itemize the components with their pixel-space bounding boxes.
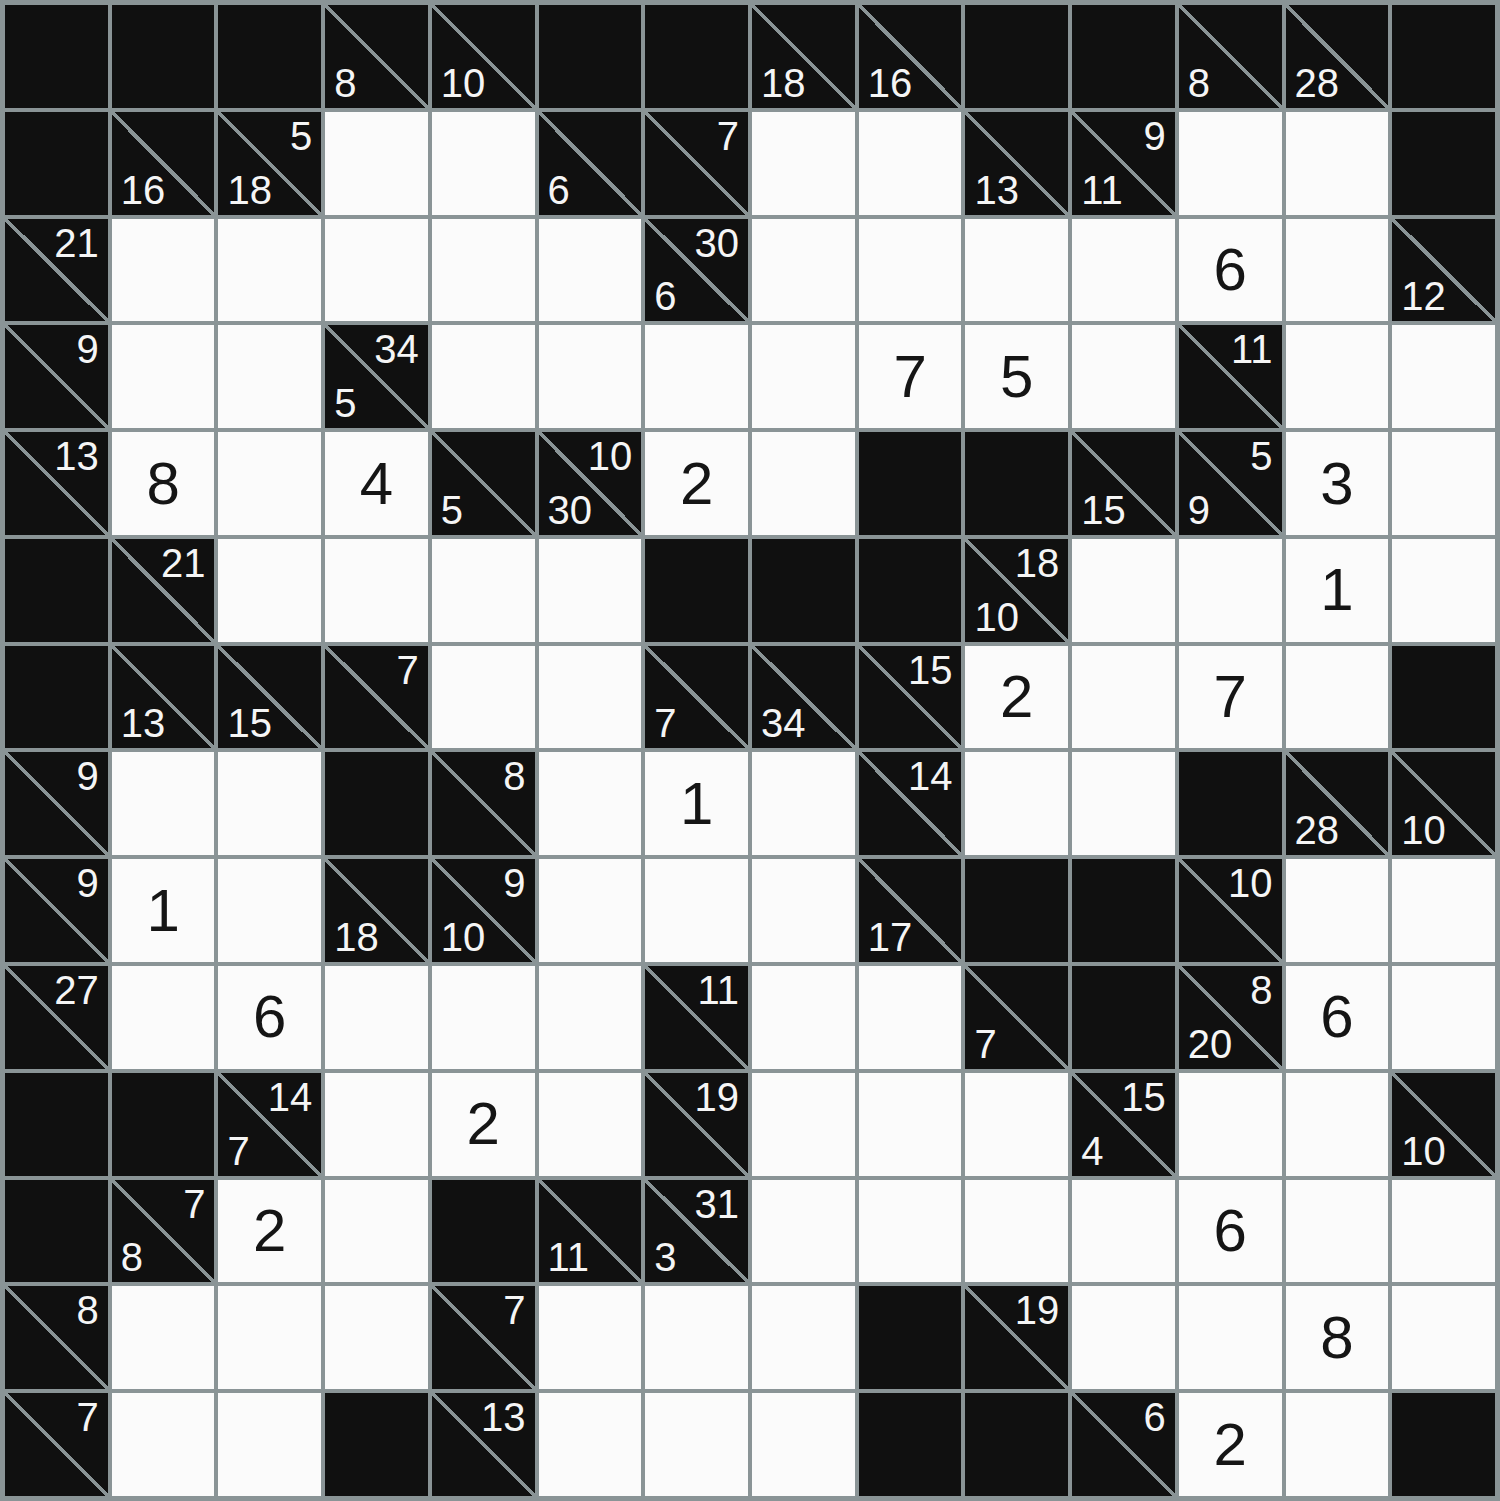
across-clue-r8c11: 10 bbox=[1228, 862, 1273, 904]
entry-cell-r8c1[interactable]: 1 bbox=[112, 859, 215, 962]
entry-cell-r8c5[interactable] bbox=[539, 859, 642, 962]
clue-cell-r10c10: 154 bbox=[1072, 1073, 1175, 1176]
block-cell-r5c8 bbox=[859, 539, 962, 642]
entry-cell-r3c6[interactable] bbox=[645, 325, 748, 428]
entry-cell-r5c2[interactable] bbox=[218, 539, 321, 642]
entry-cell-r13c12[interactable] bbox=[1286, 1393, 1389, 1496]
block-cell-r7c3 bbox=[325, 752, 428, 855]
entry-value-r10c4: 2 bbox=[467, 1094, 500, 1154]
clue-cell-r2c0: 21 bbox=[5, 219, 108, 322]
clue-cell-r8c8: 17 bbox=[859, 859, 962, 962]
entry-cell-r3c4[interactable] bbox=[432, 325, 535, 428]
entry-value-r13c11: 2 bbox=[1214, 1415, 1247, 1475]
entry-value-r11c11: 6 bbox=[1214, 1201, 1247, 1261]
clue-cell-r1c1: 16 bbox=[112, 112, 215, 215]
down-clue-r5c9: 10 bbox=[974, 596, 1019, 638]
block-cell-r0c13 bbox=[1392, 5, 1495, 108]
block-cell-r13c9 bbox=[965, 1393, 1068, 1496]
across-clue-r9c11: 8 bbox=[1250, 969, 1272, 1011]
entry-cell-r2c4[interactable] bbox=[432, 219, 535, 322]
entry-cell-r6c10[interactable] bbox=[1072, 646, 1175, 749]
entry-cell-r11c3[interactable] bbox=[325, 1180, 428, 1283]
entry-cell-r13c1[interactable] bbox=[112, 1393, 215, 1496]
entry-cell-r12c2[interactable] bbox=[218, 1286, 321, 1389]
across-clue-r4c5: 10 bbox=[588, 435, 633, 477]
entry-cell-r3c12[interactable] bbox=[1286, 325, 1389, 428]
entry-cell-r4c1[interactable]: 8 bbox=[112, 432, 215, 535]
clue-cell-r4c11: 59 bbox=[1179, 432, 1282, 535]
across-clue-r7c0: 9 bbox=[76, 755, 98, 797]
across-clue-r12c9: 19 bbox=[1015, 1289, 1060, 1331]
entry-cell-r9c13[interactable] bbox=[1392, 966, 1495, 1069]
entry-cell-r10c12[interactable] bbox=[1286, 1073, 1389, 1176]
entry-value-r5c12: 1 bbox=[1320, 560, 1353, 620]
block-cell-r5c6 bbox=[645, 539, 748, 642]
across-clue-r3c0: 9 bbox=[76, 328, 98, 370]
block-cell-r0c2 bbox=[218, 5, 321, 108]
entry-cell-r2c9[interactable] bbox=[965, 219, 1068, 322]
block-cell-r0c9 bbox=[965, 5, 1068, 108]
entry-cell-r4c3[interactable]: 4 bbox=[325, 432, 428, 535]
entry-cell-r1c12[interactable] bbox=[1286, 112, 1389, 215]
clue-cell-r4c0: 13 bbox=[5, 432, 108, 535]
clue-cell-r11c6: 313 bbox=[645, 1180, 748, 1283]
entry-cell-r13c7[interactable] bbox=[752, 1393, 855, 1496]
clue-cell-r6c2: 15 bbox=[218, 646, 321, 749]
clue-cell-r7c8: 14 bbox=[859, 752, 962, 855]
block-cell-r1c13 bbox=[1392, 112, 1495, 215]
entry-cell-r11c7[interactable] bbox=[752, 1180, 855, 1283]
entry-value-r3c9: 5 bbox=[1000, 347, 1033, 407]
block-cell-r6c13 bbox=[1392, 646, 1495, 749]
down-clue-r6c6: 7 bbox=[654, 702, 676, 744]
entry-cell-r12c3[interactable] bbox=[325, 1286, 428, 1389]
clue-cell-r9c9: 7 bbox=[965, 966, 1068, 1069]
entry-cell-r1c3[interactable] bbox=[325, 112, 428, 215]
clue-cell-r1c2: 518 bbox=[218, 112, 321, 215]
clue-cell-r0c7: 18 bbox=[752, 5, 855, 108]
entry-cell-r10c8[interactable] bbox=[859, 1073, 962, 1176]
block-cell-r0c1 bbox=[112, 5, 215, 108]
clue-cell-r9c11: 820 bbox=[1179, 966, 1282, 1069]
down-clue-r4c4: 5 bbox=[441, 489, 463, 531]
entry-cell-r11c10[interactable] bbox=[1072, 1180, 1175, 1283]
down-clue-r0c8: 16 bbox=[868, 62, 913, 104]
entry-value-r4c12: 3 bbox=[1320, 454, 1353, 514]
entry-cell-r2c1[interactable] bbox=[112, 219, 215, 322]
clue-cell-r13c10: 6 bbox=[1072, 1393, 1175, 1496]
entry-cell-r3c9[interactable]: 5 bbox=[965, 325, 1068, 428]
block-cell-r13c3 bbox=[325, 1393, 428, 1496]
entry-cell-r9c2[interactable]: 6 bbox=[218, 966, 321, 1069]
across-clue-r4c0: 13 bbox=[54, 435, 99, 477]
clue-cell-r0c12: 28 bbox=[1286, 5, 1389, 108]
entry-cell-r2c10[interactable] bbox=[1072, 219, 1175, 322]
entry-value-r2c11: 6 bbox=[1214, 240, 1247, 300]
block-cell-r7c11 bbox=[1179, 752, 1282, 855]
down-clue-r8c8: 17 bbox=[868, 916, 913, 958]
clue-cell-r3c11: 11 bbox=[1179, 325, 1282, 428]
down-clue-r6c1: 13 bbox=[121, 702, 166, 744]
entry-cell-r12c10[interactable] bbox=[1072, 1286, 1175, 1389]
down-clue-r3c3: 5 bbox=[334, 382, 356, 424]
entry-value-r4c3: 4 bbox=[360, 454, 393, 514]
entry-cell-r6c12[interactable] bbox=[1286, 646, 1389, 749]
across-clue-r1c6: 7 bbox=[717, 115, 739, 157]
block-cell-r0c6 bbox=[645, 5, 748, 108]
clue-cell-r7c4: 8 bbox=[432, 752, 535, 855]
entry-value-r11c2: 2 bbox=[253, 1201, 286, 1261]
entry-cell-r3c5[interactable] bbox=[539, 325, 642, 428]
entry-cell-r12c5[interactable] bbox=[539, 1286, 642, 1389]
entry-cell-r5c5[interactable] bbox=[539, 539, 642, 642]
across-clue-r13c4: 13 bbox=[481, 1396, 526, 1438]
entry-cell-r9c12[interactable]: 6 bbox=[1286, 966, 1389, 1069]
across-clue-r9c6: 11 bbox=[697, 969, 739, 1011]
down-clue-r0c11: 8 bbox=[1188, 62, 1210, 104]
clue-cell-r11c1: 78 bbox=[112, 1180, 215, 1283]
entry-cell-r1c11[interactable] bbox=[1179, 112, 1282, 215]
entry-cell-r7c9[interactable] bbox=[965, 752, 1068, 855]
entry-value-r7c6: 1 bbox=[680, 774, 713, 834]
clue-cell-r10c6: 19 bbox=[645, 1073, 748, 1176]
across-clue-r7c4: 8 bbox=[503, 755, 525, 797]
across-clue-r11c1: 7 bbox=[183, 1183, 205, 1225]
entry-cell-r10c4[interactable]: 2 bbox=[432, 1073, 535, 1176]
across-clue-r12c0: 8 bbox=[76, 1289, 98, 1331]
entry-cell-r6c9[interactable]: 2 bbox=[965, 646, 1068, 749]
clue-cell-r1c6: 7 bbox=[645, 112, 748, 215]
clue-cell-r5c9: 1810 bbox=[965, 539, 1068, 642]
entry-value-r9c2: 6 bbox=[253, 987, 286, 1047]
entry-cell-r9c5[interactable] bbox=[539, 966, 642, 1069]
clue-cell-r2c6: 306 bbox=[645, 219, 748, 322]
across-clue-r9c0: 27 bbox=[54, 969, 99, 1011]
clue-cell-r6c3: 7 bbox=[325, 646, 428, 749]
across-clue-r5c1: 21 bbox=[161, 542, 206, 584]
clue-cell-r10c13: 10 bbox=[1392, 1073, 1495, 1176]
entry-cell-r4c13[interactable] bbox=[1392, 432, 1495, 535]
entry-cell-r6c5[interactable] bbox=[539, 646, 642, 749]
across-clue-r2c6: 30 bbox=[695, 222, 740, 264]
entry-cell-r13c5[interactable] bbox=[539, 1393, 642, 1496]
entry-cell-r11c9[interactable] bbox=[965, 1180, 1068, 1283]
entry-cell-r7c5[interactable] bbox=[539, 752, 642, 855]
entry-cell-r11c12[interactable] bbox=[1286, 1180, 1389, 1283]
down-clue-r8c3: 18 bbox=[334, 916, 379, 958]
entry-cell-r8c12[interactable] bbox=[1286, 859, 1389, 962]
entry-cell-r10c9[interactable] bbox=[965, 1073, 1068, 1176]
down-clue-r0c12: 28 bbox=[1295, 62, 1340, 104]
entry-value-r3c8: 7 bbox=[893, 347, 926, 407]
entry-cell-r4c6[interactable]: 2 bbox=[645, 432, 748, 535]
entry-cell-r8c2[interactable] bbox=[218, 859, 321, 962]
entry-cell-r9c7[interactable] bbox=[752, 966, 855, 1069]
block-cell-r10c0 bbox=[5, 1073, 108, 1176]
block-cell-r10c1 bbox=[112, 1073, 215, 1176]
entry-value-r6c11: 7 bbox=[1214, 667, 1247, 727]
entry-cell-r13c2[interactable] bbox=[218, 1393, 321, 1496]
across-clue-r7c8: 14 bbox=[908, 755, 953, 797]
entry-cell-r7c1[interactable] bbox=[112, 752, 215, 855]
clue-cell-r10c2: 147 bbox=[218, 1073, 321, 1176]
clue-cell-r13c0: 7 bbox=[5, 1393, 108, 1496]
entry-cell-r5c13[interactable] bbox=[1392, 539, 1495, 642]
clue-cell-r5c1: 21 bbox=[112, 539, 215, 642]
across-clue-r1c10: 9 bbox=[1144, 115, 1166, 157]
entry-cell-r9c1[interactable] bbox=[112, 966, 215, 1069]
down-clue-r1c10: 11 bbox=[1081, 169, 1123, 211]
down-clue-r2c13: 12 bbox=[1401, 275, 1446, 317]
block-cell-r5c7 bbox=[752, 539, 855, 642]
down-clue-r10c2: 7 bbox=[227, 1130, 249, 1172]
entry-cell-r2c7[interactable] bbox=[752, 219, 855, 322]
entry-value-r6c9: 2 bbox=[1000, 667, 1033, 727]
across-clue-r13c10: 6 bbox=[1144, 1396, 1166, 1438]
entry-cell-r10c3[interactable] bbox=[325, 1073, 428, 1176]
clue-cell-r1c10: 911 bbox=[1072, 112, 1175, 215]
block-cell-r1c0 bbox=[5, 112, 108, 215]
entry-cell-r8c7[interactable] bbox=[752, 859, 855, 962]
entry-cell-r3c2[interactable] bbox=[218, 325, 321, 428]
entry-cell-r2c11[interactable]: 6 bbox=[1179, 219, 1282, 322]
entry-cell-r1c4[interactable] bbox=[432, 112, 535, 215]
entry-cell-r8c6[interactable] bbox=[645, 859, 748, 962]
clue-cell-r11c5: 11 bbox=[539, 1180, 642, 1283]
block-cell-r12c8 bbox=[859, 1286, 962, 1389]
entry-cell-r10c7[interactable] bbox=[752, 1073, 855, 1176]
across-clue-r10c10: 15 bbox=[1121, 1076, 1166, 1118]
entry-cell-r8c13[interactable] bbox=[1392, 859, 1495, 962]
block-cell-r13c13 bbox=[1392, 1393, 1495, 1496]
down-clue-r0c4: 10 bbox=[441, 62, 486, 104]
entry-value-r8c1: 1 bbox=[146, 881, 179, 941]
across-clue-r5c9: 18 bbox=[1015, 542, 1060, 584]
clue-cell-r4c4: 5 bbox=[432, 432, 535, 535]
clue-cell-r6c7: 34 bbox=[752, 646, 855, 749]
entry-cell-r4c7[interactable] bbox=[752, 432, 855, 535]
clue-cell-r3c3: 345 bbox=[325, 325, 428, 428]
down-clue-r6c7: 34 bbox=[761, 702, 806, 744]
entry-value-r4c6: 2 bbox=[680, 454, 713, 514]
clue-cell-r1c9: 13 bbox=[965, 112, 1068, 215]
entry-cell-r7c7[interactable] bbox=[752, 752, 855, 855]
entry-cell-r7c10[interactable] bbox=[1072, 752, 1175, 855]
down-clue-r1c5: 6 bbox=[548, 169, 570, 211]
clue-cell-r0c4: 10 bbox=[432, 5, 535, 108]
down-clue-r11c6: 3 bbox=[654, 1236, 676, 1278]
across-clue-r4c11: 5 bbox=[1250, 435, 1272, 477]
entry-cell-r2c3[interactable] bbox=[325, 219, 428, 322]
down-clue-r9c9: 7 bbox=[974, 1023, 996, 1065]
down-clue-r10c13: 10 bbox=[1401, 1130, 1446, 1172]
down-clue-r0c7: 18 bbox=[761, 62, 806, 104]
entry-cell-r9c4[interactable] bbox=[432, 966, 535, 1069]
entry-cell-r3c7[interactable] bbox=[752, 325, 855, 428]
clue-cell-r8c0: 9 bbox=[5, 859, 108, 962]
down-clue-r7c13: 10 bbox=[1401, 809, 1446, 851]
clue-cell-r7c12: 28 bbox=[1286, 752, 1389, 855]
entry-cell-r11c2[interactable]: 2 bbox=[218, 1180, 321, 1283]
entry-cell-r12c7[interactable] bbox=[752, 1286, 855, 1389]
block-cell-r0c0 bbox=[5, 5, 108, 108]
clue-cell-r7c13: 10 bbox=[1392, 752, 1495, 855]
across-clue-r1c2: 5 bbox=[290, 115, 312, 157]
down-clue-r11c5: 11 bbox=[548, 1236, 590, 1278]
clue-cell-r9c0: 27 bbox=[5, 966, 108, 1069]
kakuro-board: 8101816828165186713911213066129345751113… bbox=[0, 0, 1500, 1501]
entry-cell-r12c1[interactable] bbox=[112, 1286, 215, 1389]
down-clue-r1c2: 18 bbox=[227, 169, 272, 211]
block-cell-r4c9 bbox=[965, 432, 1068, 535]
entry-cell-r2c2[interactable] bbox=[218, 219, 321, 322]
entry-cell-r12c6[interactable] bbox=[645, 1286, 748, 1389]
across-clue-r3c11: 11 bbox=[1231, 328, 1273, 370]
down-clue-r6c2: 15 bbox=[227, 702, 272, 744]
entry-cell-r11c13[interactable] bbox=[1392, 1180, 1495, 1283]
down-clue-r9c11: 20 bbox=[1188, 1023, 1233, 1065]
clue-cell-r0c8: 16 bbox=[859, 5, 962, 108]
across-clue-r13c0: 7 bbox=[76, 1396, 98, 1438]
block-cell-r0c10 bbox=[1072, 5, 1175, 108]
clue-cell-r6c8: 15 bbox=[859, 646, 962, 749]
entry-cell-r2c12[interactable] bbox=[1286, 219, 1389, 322]
entry-cell-r3c8[interactable]: 7 bbox=[859, 325, 962, 428]
clue-cell-r0c3: 8 bbox=[325, 5, 428, 108]
down-clue-r2c6: 6 bbox=[654, 275, 676, 317]
block-cell-r9c10 bbox=[1072, 966, 1175, 1069]
clue-cell-r6c1: 13 bbox=[112, 646, 215, 749]
block-cell-r13c8 bbox=[859, 1393, 962, 1496]
down-clue-r4c10: 15 bbox=[1081, 489, 1126, 531]
clue-cell-r7c0: 9 bbox=[5, 752, 108, 855]
entry-cell-r10c5[interactable] bbox=[539, 1073, 642, 1176]
across-clue-r3c3: 34 bbox=[374, 328, 419, 370]
entry-cell-r7c6[interactable]: 1 bbox=[645, 752, 748, 855]
across-clue-r8c4: 9 bbox=[503, 862, 525, 904]
entry-cell-r5c12[interactable]: 1 bbox=[1286, 539, 1389, 642]
across-clue-r6c8: 15 bbox=[908, 649, 953, 691]
down-clue-r11c1: 8 bbox=[121, 1236, 143, 1278]
clue-cell-r3c0: 9 bbox=[5, 325, 108, 428]
entry-cell-r5c11[interactable] bbox=[1179, 539, 1282, 642]
clue-cell-r12c4: 7 bbox=[432, 1286, 535, 1389]
block-cell-r8c10 bbox=[1072, 859, 1175, 962]
down-clue-r8c4: 10 bbox=[441, 916, 486, 958]
block-cell-r4c8 bbox=[859, 432, 962, 535]
clue-cell-r8c3: 18 bbox=[325, 859, 428, 962]
entry-cell-r5c10[interactable] bbox=[1072, 539, 1175, 642]
clue-cell-r12c0: 8 bbox=[5, 1286, 108, 1389]
entry-cell-r4c2[interactable] bbox=[218, 432, 321, 535]
entry-value-r12c12: 8 bbox=[1320, 1308, 1353, 1368]
entry-cell-r2c8[interactable] bbox=[859, 219, 962, 322]
entry-cell-r6c4[interactable] bbox=[432, 646, 535, 749]
entry-cell-r2c5[interactable] bbox=[539, 219, 642, 322]
entry-cell-r7c2[interactable] bbox=[218, 752, 321, 855]
entry-cell-r1c7[interactable] bbox=[752, 112, 855, 215]
clue-cell-r0c11: 8 bbox=[1179, 5, 1282, 108]
entry-cell-r9c3[interactable] bbox=[325, 966, 428, 1069]
entry-cell-r12c12[interactable]: 8 bbox=[1286, 1286, 1389, 1389]
down-clue-r7c12: 28 bbox=[1295, 809, 1340, 851]
down-clue-r4c5: 30 bbox=[548, 489, 593, 531]
clue-cell-r4c5: 1030 bbox=[539, 432, 642, 535]
entry-cell-r5c3[interactable] bbox=[325, 539, 428, 642]
entry-cell-r11c8[interactable] bbox=[859, 1180, 962, 1283]
down-clue-r1c9: 13 bbox=[974, 169, 1019, 211]
across-clue-r11c6: 31 bbox=[695, 1183, 740, 1225]
clue-cell-r13c4: 13 bbox=[432, 1393, 535, 1496]
clue-cell-r8c11: 10 bbox=[1179, 859, 1282, 962]
entry-cell-r10c11[interactable] bbox=[1179, 1073, 1282, 1176]
entry-cell-r13c11[interactable]: 2 bbox=[1179, 1393, 1282, 1496]
down-clue-r0c3: 8 bbox=[334, 62, 356, 104]
down-clue-r1c1: 16 bbox=[121, 169, 166, 211]
entry-cell-r9c8[interactable] bbox=[859, 966, 962, 1069]
entry-cell-r3c1[interactable] bbox=[112, 325, 215, 428]
across-clue-r10c6: 19 bbox=[695, 1076, 740, 1118]
down-clue-r4c11: 9 bbox=[1188, 489, 1210, 531]
block-cell-r6c0 bbox=[5, 646, 108, 749]
across-clue-r8c0: 9 bbox=[76, 862, 98, 904]
block-cell-r5c0 bbox=[5, 539, 108, 642]
across-clue-r10c2: 14 bbox=[268, 1076, 313, 1118]
across-clue-r12c4: 7 bbox=[503, 1289, 525, 1331]
clue-cell-r8c4: 910 bbox=[432, 859, 535, 962]
entry-cell-r12c13[interactable] bbox=[1392, 1286, 1495, 1389]
across-clue-r6c3: 7 bbox=[397, 649, 419, 691]
entry-cell-r4c12[interactable]: 3 bbox=[1286, 432, 1389, 535]
entry-cell-r1c8[interactable] bbox=[859, 112, 962, 215]
entry-cell-r5c4[interactable] bbox=[432, 539, 535, 642]
block-cell-r11c4 bbox=[432, 1180, 535, 1283]
entry-cell-r11c11[interactable]: 6 bbox=[1179, 1180, 1282, 1283]
block-cell-r11c0 bbox=[5, 1180, 108, 1283]
entry-value-r9c12: 6 bbox=[1320, 987, 1353, 1047]
clue-cell-r9c6: 11 bbox=[645, 966, 748, 1069]
entry-value-r4c1: 8 bbox=[146, 454, 179, 514]
clue-cell-r1c5: 6 bbox=[539, 112, 642, 215]
across-clue-r2c0: 21 bbox=[54, 222, 99, 264]
block-cell-r8c9 bbox=[965, 859, 1068, 962]
down-clue-r10c10: 4 bbox=[1081, 1130, 1103, 1172]
entry-cell-r12c11[interactable] bbox=[1179, 1286, 1282, 1389]
clue-cell-r4c10: 15 bbox=[1072, 432, 1175, 535]
entry-cell-r6c11[interactable]: 7 bbox=[1179, 646, 1282, 749]
entry-cell-r13c6[interactable] bbox=[645, 1393, 748, 1496]
entry-cell-r3c13[interactable] bbox=[1392, 325, 1495, 428]
clue-cell-r6c6: 7 bbox=[645, 646, 748, 749]
clue-cell-r2c13: 12 bbox=[1392, 219, 1495, 322]
entry-cell-r3c10[interactable] bbox=[1072, 325, 1175, 428]
block-cell-r0c5 bbox=[539, 5, 642, 108]
clue-cell-r12c9: 19 bbox=[965, 1286, 1068, 1389]
